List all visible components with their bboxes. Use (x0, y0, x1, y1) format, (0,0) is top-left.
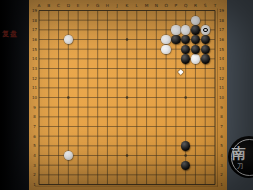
side-panel: 复盘 (0, 0, 29, 190)
coordinate-label: 3 (220, 163, 223, 168)
stone-white-O16[interactable] (161, 35, 170, 44)
stone-white-O15[interactable] (161, 45, 170, 54)
stone-black-Q15[interactable] (181, 45, 190, 54)
coordinate-label: 9 (220, 105, 223, 110)
stone-white-D16[interactable] (64, 35, 73, 44)
go-board[interactable]: ABCDEFGHJKLMNOPQRST191918181717161615151… (29, 0, 227, 190)
stone-white-Q17[interactable] (181, 25, 190, 34)
stone-black-Q5[interactable] (181, 141, 190, 150)
seal-main-character: 南 (232, 145, 246, 163)
coordinate-label: 1 (220, 182, 223, 187)
seal-sub-character: 刀 (237, 162, 243, 171)
stone-black-R17[interactable] (191, 25, 200, 34)
stone-black-S16[interactable] (201, 35, 210, 44)
last-move-marker (203, 28, 208, 33)
coordinate-label: 6 (220, 134, 223, 139)
coordinate-label: 8 (220, 114, 223, 119)
stone-black-R16[interactable] (191, 35, 200, 44)
stone-white-R14[interactable] (191, 54, 200, 63)
stone-black-S14[interactable] (201, 54, 210, 63)
coordinate-label: 5 (220, 143, 223, 148)
channel-watermark-seal: 南 刀 (228, 136, 253, 178)
stone-black-S15[interactable] (201, 45, 210, 54)
stone-white-P17[interactable] (171, 25, 180, 34)
go-review-app: 复盘 ABCDEFGHJKLMNOPQRST191918181717161615… (0, 0, 253, 190)
stone-black-Q14[interactable] (181, 54, 190, 63)
stones-grid[interactable] (34, 6, 220, 190)
stone-white-S17[interactable] (201, 25, 210, 34)
stone-white-R18[interactable] (191, 16, 200, 25)
coordinate-label: 4 (220, 153, 223, 158)
coordinate-label: 2 (220, 172, 223, 177)
stone-black-Q16[interactable] (181, 35, 190, 44)
coordinate-label: 7 (220, 124, 223, 129)
review-mode-label: 复盘 (2, 29, 28, 39)
stone-white-D4[interactable] (64, 151, 73, 160)
stone-black-P16[interactable] (171, 35, 180, 44)
stone-black-R15[interactable] (191, 45, 200, 54)
stone-black-Q3[interactable] (181, 161, 190, 170)
